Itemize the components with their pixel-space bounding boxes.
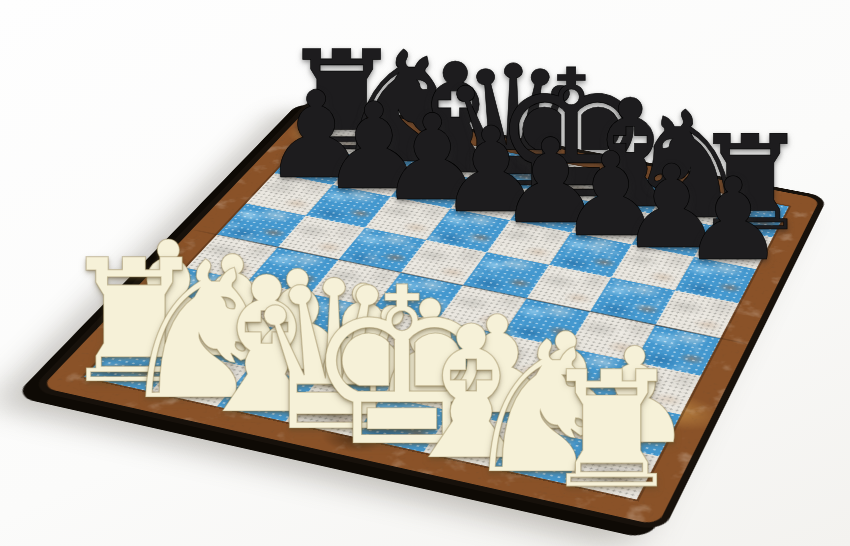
pieces-layer: ♜♞♝♛♚♝♞♜♟♟♟♟♟♟♟♟♟♟♟♟♟♟♟♟♜♞♝♛♚♝♞♜ (0, 0, 850, 546)
black-pawn-piece[interactable]: ♟ (676, 163, 790, 277)
white-rook-piece[interactable]: ♜ (531, 350, 692, 511)
chess-set-photo: ♜♞♝♛♚♝♞♜♟♟♟♟♟♟♟♟♟♟♟♟♟♟♟♟♜♞♝♛♚♝♞♜ (0, 0, 850, 546)
